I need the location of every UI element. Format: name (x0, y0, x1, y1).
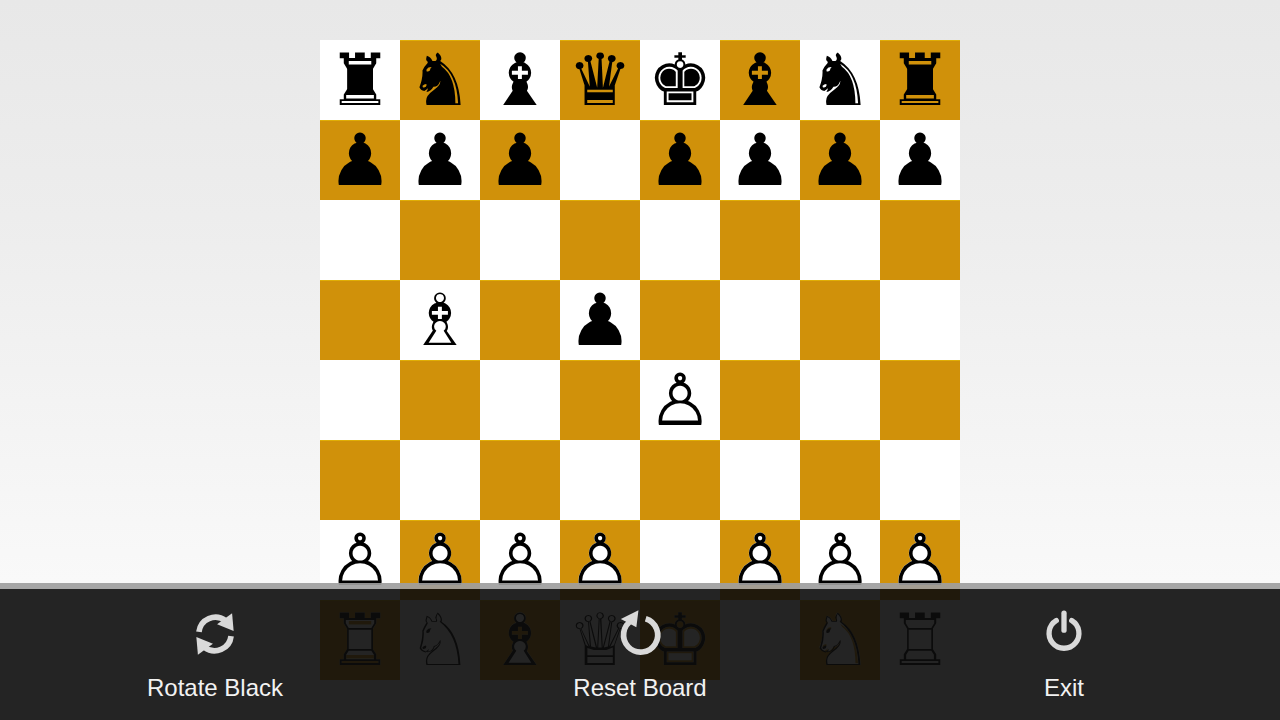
square-d6[interactable] (560, 200, 640, 280)
square-f4[interactable] (720, 360, 800, 440)
square-g3[interactable] (800, 440, 880, 520)
square-b7[interactable]: ♟ (400, 120, 480, 200)
black-pawn-piece: ♟ (480, 120, 560, 200)
black-pawn-piece: ♟ (320, 120, 400, 200)
square-a4[interactable] (320, 360, 400, 440)
square-a6[interactable] (320, 200, 400, 280)
square-h3[interactable] (880, 440, 960, 520)
square-d4[interactable] (560, 360, 640, 440)
square-b3[interactable] (400, 440, 480, 520)
rotate-black-label: Rotate Black (147, 675, 283, 701)
exit-button[interactable]: Exit (954, 589, 1174, 720)
black-rook-piece: ♜ (880, 40, 960, 120)
square-f7[interactable]: ♟ (720, 120, 800, 200)
square-e8[interactable]: ♚ (640, 40, 720, 120)
square-d7[interactable] (560, 120, 640, 200)
black-pawn-piece: ♟ (800, 120, 880, 200)
square-a8[interactable]: ♜ (320, 40, 400, 120)
square-d3[interactable] (560, 440, 640, 520)
power-icon (1035, 605, 1093, 663)
square-c4[interactable] (480, 360, 560, 440)
square-c7[interactable]: ♟ (480, 120, 560, 200)
square-f5[interactable] (720, 280, 800, 360)
rotate-black-button[interactable]: Rotate Black (105, 589, 325, 720)
square-b6[interactable] (400, 200, 480, 280)
square-f3[interactable] (720, 440, 800, 520)
square-e5[interactable] (640, 280, 720, 360)
square-c6[interactable] (480, 200, 560, 280)
square-d8[interactable]: ♛ (560, 40, 640, 120)
square-e6[interactable] (640, 200, 720, 280)
square-e7[interactable]: ♟ (640, 120, 720, 200)
square-f6[interactable] (720, 200, 800, 280)
square-g8[interactable]: ♞ (800, 40, 880, 120)
square-e4[interactable]: ♟ (640, 360, 720, 440)
square-b5[interactable]: ♝ (400, 280, 480, 360)
black-knight-piece: ♞ (800, 40, 880, 120)
black-bishop-piece: ♝ (720, 40, 800, 120)
square-c5[interactable] (480, 280, 560, 360)
square-c3[interactable] (480, 440, 560, 520)
white-bishop-piece: ♝ (400, 280, 480, 360)
square-h6[interactable] (880, 200, 960, 280)
square-f8[interactable]: ♝ (720, 40, 800, 120)
black-pawn-piece: ♟ (400, 120, 480, 200)
square-d5[interactable]: ♟ (560, 280, 640, 360)
black-pawn-piece: ♟ (880, 120, 960, 200)
black-knight-piece: ♞ (400, 40, 480, 120)
square-b8[interactable]: ♞ (400, 40, 480, 120)
black-pawn-piece: ♟ (560, 280, 640, 360)
square-e3[interactable] (640, 440, 720, 520)
reset-board-label: Reset Board (573, 675, 706, 701)
square-h4[interactable] (880, 360, 960, 440)
exit-label: Exit (1044, 675, 1084, 701)
square-a7[interactable]: ♟ (320, 120, 400, 200)
black-pawn-piece: ♟ (640, 120, 720, 200)
square-c8[interactable]: ♝ (480, 40, 560, 120)
square-a5[interactable] (320, 280, 400, 360)
square-g5[interactable] (800, 280, 880, 360)
chess-app-screen: ♜♞♝♛♚♝♞♜♟♟♟♟♟♟♟♝♟♟♟♟♟♟♟♟♟♜♞♝♛♚♞♜ Rotate … (0, 0, 1280, 720)
square-h5[interactable] (880, 280, 960, 360)
white-pawn-piece: ♟ (640, 360, 720, 440)
square-g6[interactable] (800, 200, 880, 280)
black-rook-piece: ♜ (320, 40, 400, 120)
black-bishop-piece: ♝ (480, 40, 560, 120)
reset-icon (611, 605, 669, 663)
black-king-piece: ♚ (640, 40, 720, 120)
square-h8[interactable]: ♜ (880, 40, 960, 120)
square-g4[interactable] (800, 360, 880, 440)
square-b4[interactable] (400, 360, 480, 440)
square-g7[interactable]: ♟ (800, 120, 880, 200)
square-h7[interactable]: ♟ (880, 120, 960, 200)
black-pawn-piece: ♟ (720, 120, 800, 200)
bottom-action-bar: Rotate Black Reset Board Exit (0, 589, 1280, 720)
square-a3[interactable] (320, 440, 400, 520)
black-queen-piece: ♛ (560, 40, 640, 120)
reset-board-button[interactable]: Reset Board (530, 589, 750, 720)
rotate-icon (186, 605, 244, 663)
